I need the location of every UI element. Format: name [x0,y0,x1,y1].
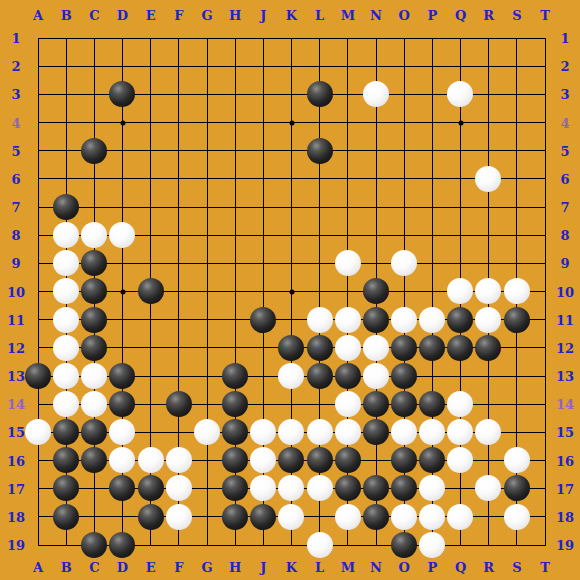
intersection[interactable] [52,108,80,136]
intersection[interactable] [531,418,559,446]
intersection[interactable] [165,52,193,80]
intersection[interactable] [193,390,221,418]
intersection[interactable] [221,249,249,277]
intersection[interactable] [249,249,277,277]
intersection[interactable] [165,24,193,52]
intersection[interactable] [305,446,333,474]
intersection[interactable] [137,52,165,80]
intersection[interactable] [334,193,362,221]
intersection[interactable] [531,165,559,193]
intersection[interactable] [165,165,193,193]
intersection[interactable] [24,165,52,193]
intersection[interactable] [165,277,193,305]
intersection[interactable] [362,24,390,52]
intersection[interactable] [24,52,52,80]
intersection[interactable] [249,193,277,221]
intersection[interactable] [137,137,165,165]
intersection[interactable] [334,305,362,333]
intersection[interactable] [418,474,446,502]
intersection[interactable] [165,305,193,333]
intersection[interactable] [474,137,502,165]
intersection[interactable] [390,249,418,277]
intersection[interactable] [277,334,305,362]
intersection[interactable] [221,52,249,80]
intersection[interactable] [52,137,80,165]
intersection[interactable] [193,193,221,221]
intersection[interactable] [503,80,531,108]
intersection[interactable] [24,305,52,333]
intersection[interactable] [446,277,474,305]
intersection[interactable] [137,418,165,446]
intersection[interactable] [108,249,136,277]
intersection[interactable] [80,221,108,249]
intersection[interactable] [108,474,136,502]
intersection[interactable] [193,305,221,333]
intersection[interactable] [108,418,136,446]
intersection[interactable] [418,52,446,80]
intersection[interactable] [221,165,249,193]
intersection[interactable] [446,108,474,136]
intersection[interactable] [334,446,362,474]
intersection[interactable] [80,137,108,165]
intersection[interactable] [108,165,136,193]
intersection[interactable] [334,137,362,165]
intersection[interactable] [503,249,531,277]
intersection[interactable] [108,334,136,362]
intersection[interactable] [52,362,80,390]
intersection[interactable] [362,418,390,446]
intersection[interactable] [503,193,531,221]
intersection[interactable] [52,221,80,249]
intersection[interactable] [193,221,221,249]
intersection[interactable] [362,277,390,305]
intersection[interactable] [52,531,80,559]
intersection[interactable] [503,165,531,193]
intersection[interactable] [418,362,446,390]
intersection[interactable] [108,137,136,165]
intersection[interactable] [52,503,80,531]
intersection[interactable] [165,137,193,165]
intersection[interactable] [446,334,474,362]
intersection[interactable] [24,446,52,474]
intersection[interactable] [193,277,221,305]
intersection[interactable] [277,165,305,193]
intersection[interactable] [474,390,502,418]
intersection[interactable] [305,277,333,305]
intersection[interactable] [503,418,531,446]
intersection[interactable] [446,193,474,221]
intersection[interactable] [249,418,277,446]
intersection[interactable] [474,474,502,502]
intersection[interactable] [531,221,559,249]
intersection[interactable] [137,474,165,502]
intersection[interactable] [277,305,305,333]
intersection[interactable] [446,165,474,193]
intersection[interactable] [390,108,418,136]
intersection[interactable] [446,418,474,446]
intersection[interactable] [390,52,418,80]
intersection[interactable] [362,362,390,390]
intersection[interactable] [418,503,446,531]
intersection[interactable] [362,193,390,221]
intersection[interactable] [334,108,362,136]
intersection[interactable] [446,24,474,52]
intersection[interactable] [305,165,333,193]
intersection[interactable] [277,474,305,502]
intersection[interactable] [418,390,446,418]
intersection[interactable] [390,418,418,446]
intersection[interactable] [446,221,474,249]
intersection[interactable] [52,334,80,362]
intersection[interactable] [390,334,418,362]
intersection[interactable] [80,334,108,362]
intersection[interactable] [277,108,305,136]
intersection[interactable] [474,503,502,531]
intersection[interactable] [390,474,418,502]
intersection[interactable] [80,80,108,108]
intersection[interactable] [165,418,193,446]
intersection[interactable] [221,446,249,474]
intersection[interactable] [80,531,108,559]
intersection[interactable] [390,165,418,193]
intersection[interactable] [193,52,221,80]
intersection[interactable] [108,446,136,474]
intersection[interactable] [334,249,362,277]
intersection[interactable] [80,474,108,502]
intersection[interactable] [334,503,362,531]
intersection[interactable] [362,80,390,108]
intersection[interactable] [80,362,108,390]
intersection[interactable] [52,165,80,193]
intersection[interactable] [249,446,277,474]
intersection[interactable] [418,531,446,559]
intersection[interactable] [24,418,52,446]
intersection[interactable] [52,80,80,108]
intersection[interactable] [80,165,108,193]
intersection[interactable] [334,334,362,362]
intersection[interactable] [80,249,108,277]
intersection[interactable] [193,165,221,193]
intersection[interactable] [418,277,446,305]
intersection[interactable] [137,24,165,52]
intersection[interactable] [24,334,52,362]
intersection[interactable] [503,474,531,502]
intersection[interactable] [305,531,333,559]
intersection[interactable] [418,165,446,193]
intersection[interactable] [108,80,136,108]
intersection[interactable] [108,277,136,305]
intersection[interactable] [362,52,390,80]
intersection[interactable] [137,334,165,362]
intersection[interactable] [362,249,390,277]
intersection[interactable] [165,334,193,362]
intersection[interactable] [418,334,446,362]
intersection[interactable] [531,474,559,502]
intersection[interactable] [362,221,390,249]
intersection[interactable] [165,221,193,249]
intersection[interactable] [334,221,362,249]
intersection[interactable] [334,24,362,52]
intersection[interactable] [137,165,165,193]
intersection[interactable] [24,474,52,502]
intersection[interactable] [503,446,531,474]
intersection[interactable] [80,305,108,333]
intersection[interactable] [531,24,559,52]
intersection[interactable] [474,108,502,136]
intersection[interactable] [305,80,333,108]
intersection[interactable] [390,221,418,249]
intersection[interactable] [531,531,559,559]
intersection[interactable] [305,334,333,362]
intersection[interactable] [474,52,502,80]
intersection[interactable] [362,165,390,193]
intersection[interactable] [277,24,305,52]
intersection[interactable] [418,249,446,277]
intersection[interactable] [277,446,305,474]
intersection[interactable] [221,193,249,221]
intersection[interactable] [221,137,249,165]
intersection[interactable] [249,165,277,193]
intersection[interactable] [137,277,165,305]
intersection[interactable] [108,52,136,80]
intersection[interactable] [165,531,193,559]
intersection[interactable] [390,305,418,333]
intersection[interactable] [474,334,502,362]
intersection[interactable] [137,503,165,531]
intersection[interactable] [503,24,531,52]
intersection[interactable] [474,249,502,277]
intersection[interactable] [503,362,531,390]
intersection[interactable] [474,221,502,249]
intersection[interactable] [193,503,221,531]
intersection[interactable] [80,277,108,305]
intersection[interactable] [193,249,221,277]
intersection[interactable] [474,305,502,333]
intersection[interactable] [24,24,52,52]
intersection[interactable] [277,362,305,390]
intersection[interactable] [446,52,474,80]
intersection[interactable] [446,390,474,418]
intersection[interactable] [165,362,193,390]
intersection[interactable] [52,390,80,418]
intersection[interactable] [52,249,80,277]
intersection[interactable] [334,390,362,418]
intersection[interactable] [221,108,249,136]
intersection[interactable] [390,80,418,108]
intersection[interactable] [165,446,193,474]
intersection[interactable] [137,362,165,390]
intersection[interactable] [137,446,165,474]
intersection[interactable] [52,193,80,221]
intersection[interactable] [362,474,390,502]
intersection[interactable] [418,221,446,249]
intersection[interactable] [249,362,277,390]
intersection[interactable] [503,108,531,136]
intersection[interactable] [418,193,446,221]
intersection[interactable] [137,305,165,333]
intersection[interactable] [362,108,390,136]
intersection[interactable] [390,137,418,165]
intersection[interactable] [165,108,193,136]
intersection[interactable] [390,446,418,474]
intersection[interactable] [24,277,52,305]
intersection[interactable] [108,390,136,418]
intersection[interactable] [531,249,559,277]
intersection[interactable] [531,446,559,474]
intersection[interactable] [474,531,502,559]
intersection[interactable] [446,249,474,277]
intersection[interactable] [52,52,80,80]
intersection[interactable] [277,531,305,559]
intersection[interactable] [249,221,277,249]
intersection[interactable] [24,531,52,559]
intersection[interactable] [249,531,277,559]
intersection[interactable] [249,52,277,80]
intersection[interactable] [305,305,333,333]
intersection[interactable] [277,503,305,531]
intersection[interactable] [193,474,221,502]
intersection[interactable] [137,390,165,418]
intersection[interactable] [221,390,249,418]
intersection[interactable] [418,418,446,446]
intersection[interactable] [418,24,446,52]
intersection[interactable] [418,305,446,333]
intersection[interactable] [221,80,249,108]
intersection[interactable] [390,24,418,52]
intersection[interactable] [390,277,418,305]
intersection[interactable] [24,137,52,165]
intersection[interactable] [446,80,474,108]
intersection[interactable] [390,503,418,531]
intersection[interactable] [249,390,277,418]
intersection[interactable] [531,193,559,221]
intersection[interactable] [137,80,165,108]
intersection[interactable] [193,418,221,446]
intersection[interactable] [446,474,474,502]
intersection[interactable] [165,249,193,277]
intersection[interactable] [277,52,305,80]
intersection[interactable] [418,137,446,165]
intersection[interactable] [390,531,418,559]
intersection[interactable] [305,137,333,165]
intersection[interactable] [334,165,362,193]
intersection[interactable] [52,418,80,446]
intersection[interactable] [108,503,136,531]
intersection[interactable] [52,277,80,305]
intersection[interactable] [80,24,108,52]
intersection[interactable] [193,446,221,474]
intersection[interactable] [446,503,474,531]
intersection[interactable] [531,108,559,136]
intersection[interactable] [193,80,221,108]
intersection[interactable] [249,80,277,108]
intersection[interactable] [362,334,390,362]
intersection[interactable] [474,362,502,390]
intersection[interactable] [277,80,305,108]
intersection[interactable] [249,334,277,362]
intersection[interactable] [108,531,136,559]
intersection[interactable] [474,446,502,474]
intersection[interactable] [446,531,474,559]
intersection[interactable] [474,165,502,193]
intersection[interactable] [165,474,193,502]
intersection[interactable] [193,362,221,390]
intersection[interactable] [108,108,136,136]
intersection[interactable] [277,249,305,277]
intersection[interactable] [80,503,108,531]
intersection[interactable] [334,277,362,305]
intersection[interactable] [108,305,136,333]
intersection[interactable] [24,80,52,108]
intersection[interactable] [305,362,333,390]
intersection[interactable] [446,305,474,333]
intersection[interactable] [137,249,165,277]
intersection[interactable] [334,418,362,446]
intersection[interactable] [193,531,221,559]
intersection[interactable] [221,305,249,333]
intersection[interactable] [418,80,446,108]
intersection[interactable] [390,362,418,390]
intersection[interactable] [362,503,390,531]
intersection[interactable] [446,446,474,474]
intersection[interactable] [221,474,249,502]
intersection[interactable] [531,277,559,305]
intersection[interactable] [165,390,193,418]
intersection[interactable] [305,108,333,136]
intersection[interactable] [277,390,305,418]
intersection[interactable] [531,137,559,165]
intersection[interactable] [334,531,362,559]
intersection[interactable] [277,418,305,446]
intersection[interactable] [334,474,362,502]
intersection[interactable] [531,390,559,418]
intersection[interactable] [137,193,165,221]
intersection[interactable] [221,221,249,249]
intersection[interactable] [221,531,249,559]
intersection[interactable] [24,193,52,221]
intersection[interactable] [24,362,52,390]
intersection[interactable] [334,52,362,80]
intersection[interactable] [108,362,136,390]
intersection[interactable] [390,193,418,221]
intersection[interactable] [221,362,249,390]
intersection[interactable] [249,137,277,165]
intersection[interactable] [108,193,136,221]
intersection[interactable] [52,305,80,333]
intersection[interactable] [305,52,333,80]
intersection[interactable] [108,221,136,249]
intersection[interactable] [80,446,108,474]
intersection[interactable] [531,80,559,108]
intersection[interactable] [24,221,52,249]
intersection[interactable] [305,193,333,221]
intersection[interactable] [390,390,418,418]
intersection[interactable] [249,503,277,531]
intersection[interactable] [137,531,165,559]
intersection[interactable] [137,221,165,249]
intersection[interactable] [249,277,277,305]
intersection[interactable] [418,108,446,136]
intersection[interactable] [531,503,559,531]
intersection[interactable] [24,249,52,277]
intersection[interactable] [531,52,559,80]
intersection[interactable] [362,305,390,333]
intersection[interactable] [418,446,446,474]
intersection[interactable] [165,80,193,108]
intersection[interactable] [503,52,531,80]
intersection[interactable] [474,80,502,108]
intersection[interactable] [362,446,390,474]
